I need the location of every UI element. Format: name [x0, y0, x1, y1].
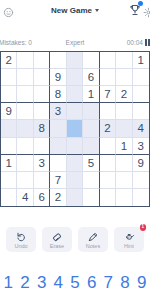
numpad-5[interactable]: 5	[67, 271, 84, 295]
hint-badge: 1	[140, 224, 147, 231]
sudoku-cell-r1c6[interactable]	[83, 52, 99, 69]
sudoku-cell-r2c4[interactable]: 9	[50, 69, 66, 86]
undo-button[interactable]: Undo	[6, 227, 36, 252]
sudoku-cell-r4c9[interactable]	[133, 103, 149, 120]
toolbar: Undo Erase Notes Hint 1	[0, 227, 150, 253]
sudoku-cell-r1c1[interactable]: 2	[1, 52, 17, 69]
sudoku-cell-r4c6[interactable]	[83, 103, 99, 120]
sudoku-cell-r7c3[interactable]: 3	[34, 155, 50, 172]
sudoku-cell-r3c1[interactable]	[1, 86, 17, 103]
sudoku-cell-r3c9[interactable]	[133, 86, 149, 103]
numpad: 123456789	[0, 271, 150, 295]
sudoku-cell-r7c6[interactable]: 5	[83, 155, 99, 172]
stats-row: Mistakes: 0 Expert 00:04	[0, 37, 150, 49]
sudoku-cell-r4c3[interactable]	[34, 103, 50, 120]
numpad-6[interactable]: 6	[83, 271, 100, 295]
numpad-9[interactable]: 9	[133, 271, 150, 295]
sudoku-cell-r8c9[interactable]	[133, 172, 149, 189]
sudoku-board: 21968172938241313597462	[0, 51, 150, 207]
numpad-2[interactable]: 2	[17, 271, 34, 295]
sudoku-cell-r3c7[interactable]: 7	[100, 86, 116, 103]
sudoku-cell-r3c6[interactable]: 1	[83, 86, 99, 103]
sudoku-cell-r8c7[interactable]	[100, 172, 116, 189]
sudoku-cell-r3c3[interactable]	[34, 86, 50, 103]
sudoku-cell-r9c9[interactable]	[133, 189, 149, 206]
notes-button[interactable]: Notes	[78, 227, 108, 252]
sudoku-cell-r9c6[interactable]	[83, 189, 99, 206]
sudoku-cell-r4c4[interactable]: 3	[50, 103, 66, 120]
pause-button[interactable]	[145, 39, 150, 46]
timer: 00:04	[127, 39, 143, 46]
chevron-down-icon	[95, 9, 99, 12]
sudoku-cell-r4c1[interactable]: 9	[1, 103, 17, 120]
sudoku-cell-r4c2[interactable]	[17, 103, 33, 120]
undo-label: Undo	[14, 244, 27, 249]
sudoku-cell-r7c5[interactable]	[67, 155, 83, 172]
sudoku-cell-r7c9[interactable]: 9	[133, 155, 149, 172]
sudoku-cell-r5c2[interactable]	[17, 120, 33, 137]
sudoku-cell-r6c1[interactable]	[1, 138, 17, 155]
numpad-8[interactable]: 8	[117, 271, 134, 295]
sudoku-cell-r1c9[interactable]: 1	[133, 52, 149, 69]
sudoku-cell-r3c8[interactable]: 2	[116, 86, 132, 103]
sudoku-cell-r1c8[interactable]	[116, 52, 132, 69]
numpad-4[interactable]: 4	[50, 271, 67, 295]
sudoku-cell-r2c3[interactable]	[34, 69, 50, 86]
sudoku-cell-r6c9[interactable]: 3	[133, 138, 149, 155]
top-bar: New Game	[0, 0, 150, 22]
sudoku-cell-r8c3[interactable]	[34, 172, 50, 189]
sudoku-cell-r8c4[interactable]: 7	[50, 172, 66, 189]
hint-label: Hint	[124, 244, 134, 249]
notes-label: Notes	[86, 244, 100, 249]
sudoku-cell-r1c3[interactable]	[34, 52, 50, 69]
sudoku-cell-r8c5[interactable]	[67, 172, 83, 189]
sudoku-cell-r9c8[interactable]	[116, 189, 132, 206]
hint-button[interactable]: Hint 1	[114, 227, 144, 252]
sudoku-cell-r2c2[interactable]	[17, 69, 33, 86]
sudoku-cell-r7c7[interactable]	[100, 155, 116, 172]
sudoku-cell-r9c1[interactable]	[1, 189, 17, 206]
sudoku-cell-r2c5[interactable]	[67, 69, 83, 86]
page-title: New Game	[51, 6, 92, 15]
new-game-dropdown[interactable]: New Game	[0, 0, 150, 20]
sudoku-cell-r9c2[interactable]: 4	[17, 189, 33, 206]
sudoku-cell-r6c4[interactable]	[50, 138, 66, 155]
sudoku-cell-r6c6[interactable]	[83, 138, 99, 155]
numpad-7[interactable]: 7	[100, 271, 117, 295]
sudoku-cell-r1c4[interactable]	[50, 52, 66, 69]
sudoku-cell-r5c9[interactable]: 4	[133, 120, 149, 137]
sudoku-cell-r4c5[interactable]	[67, 103, 83, 120]
sudoku-cell-r2c9[interactable]	[133, 69, 149, 86]
sudoku-cell-r3c5[interactable]	[67, 86, 83, 103]
sudoku-cell-r4c8[interactable]	[116, 103, 132, 120]
numpad-1[interactable]: 1	[0, 271, 17, 295]
sudoku-cell-r9c5[interactable]	[67, 189, 83, 206]
sudoku-cell-r9c3[interactable]: 6	[34, 189, 50, 206]
sudoku-cell-r6c2[interactable]	[17, 138, 33, 155]
sudoku-cell-r2c6[interactable]: 6	[83, 69, 99, 86]
sudoku-cell-r5c5[interactable]	[67, 120, 83, 137]
sudoku-cell-r2c8[interactable]	[116, 69, 132, 86]
sudoku-cell-r5c1[interactable]	[1, 120, 17, 137]
erase-label: Erase	[50, 244, 64, 249]
sudoku-cell-r5c8[interactable]	[116, 120, 132, 137]
sudoku-cell-r1c5[interactable]	[67, 52, 83, 69]
sudoku-cell-r2c1[interactable]	[1, 69, 17, 86]
sudoku-cell-r8c6[interactable]	[83, 172, 99, 189]
sudoku-cell-r5c4[interactable]	[50, 120, 66, 137]
settings-gear-icon[interactable]	[143, 4, 150, 15]
sudoku-cell-r7c8[interactable]	[116, 155, 132, 172]
numpad-3[interactable]: 3	[33, 271, 50, 295]
sudoku-cell-r3c4[interactable]: 8	[50, 86, 66, 103]
sudoku-cell-r9c4[interactable]: 2	[50, 189, 66, 206]
sudoku-cell-r2c7[interactable]	[100, 69, 116, 86]
sudoku-cell-r6c3[interactable]	[34, 138, 50, 155]
sudoku-cell-r7c2[interactable]	[17, 155, 33, 172]
sudoku-cell-r6c5[interactable]	[67, 138, 83, 155]
sudoku-cell-r3c2[interactable]	[17, 86, 33, 103]
sudoku-cell-r6c7[interactable]	[100, 138, 116, 155]
sudoku-cell-r5c3[interactable]: 8	[34, 120, 50, 137]
sudoku-cell-r1c7[interactable]	[100, 52, 116, 69]
sudoku-cell-r8c1[interactable]	[1, 172, 17, 189]
sudoku-cell-r5c7[interactable]: 2	[100, 120, 116, 137]
sudoku-cell-r7c4[interactable]	[50, 155, 66, 172]
sudoku-cell-r8c8[interactable]	[116, 172, 132, 189]
sudoku-cell-r8c2[interactable]	[17, 172, 33, 189]
sudoku-cell-r5c6[interactable]	[83, 120, 99, 137]
sudoku-cell-r6c8[interactable]: 1	[116, 138, 132, 155]
sudoku-cell-r4c7[interactable]	[100, 103, 116, 120]
erase-button[interactable]: Erase	[42, 227, 72, 252]
sudoku-cell-r7c1[interactable]: 1	[1, 155, 17, 172]
trophy-icon[interactable]	[129, 3, 141, 16]
sudoku-cell-r9c7[interactable]	[100, 189, 116, 206]
sudoku-cell-r1c2[interactable]	[17, 52, 33, 69]
